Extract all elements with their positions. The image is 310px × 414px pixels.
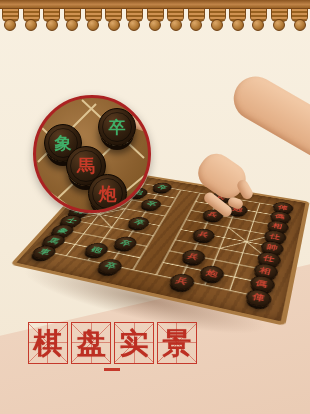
caption-underline (104, 368, 120, 371)
eave-tile-unit (165, 9, 186, 35)
eave-tile-unit (0, 9, 21, 35)
eave-tile-unit (62, 9, 83, 35)
caption-char: 棋 (34, 329, 63, 358)
forearm (226, 68, 310, 171)
caption-char: 实 (120, 329, 149, 358)
eave-tile-unit (227, 9, 248, 35)
eave-tile-unit (186, 9, 207, 35)
eave-tile-unit (21, 9, 42, 35)
caption-char-box: 实 (114, 322, 154, 364)
caption-char-box: 盘 (71, 322, 111, 364)
eave-tile-unit (124, 9, 145, 35)
eave-tile-unit (207, 9, 228, 35)
product-photo: 車卒兵俥馬砲炮傌象卒兵相士仕將卒兵帥士仕象卒兵相馬砲炮傌車卒兵俥 象 卒 馬 炮 (0, 0, 310, 414)
roof-tile-border (0, 0, 310, 34)
eave-tile-unit (41, 9, 62, 35)
caption-char: 景 (163, 329, 192, 358)
eave-tile-unit (103, 9, 124, 35)
caption-char-box: 棋 (28, 322, 68, 364)
eave-tiles (0, 9, 310, 35)
eave-tile-unit (269, 9, 290, 35)
eave-top-bar (0, 0, 310, 9)
eave-tile-unit (248, 9, 269, 35)
eave-tile-unit (145, 9, 166, 35)
caption: 棋 盘 实 景 (28, 322, 197, 364)
eave-tile-unit (289, 9, 310, 35)
magnifier-inset: 象 卒 馬 炮 (33, 95, 151, 213)
caption-char-box: 景 (157, 322, 197, 364)
caption-char: 盘 (77, 329, 106, 358)
inset-piece-held: 卒 (98, 108, 136, 146)
eave-tile-unit (83, 9, 104, 35)
